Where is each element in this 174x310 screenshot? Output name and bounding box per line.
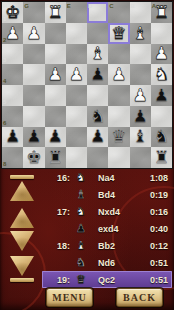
white-pawn: ♟ <box>108 64 129 85</box>
move-san: Bd4 <box>92 190 138 200</box>
move-row[interactable]: ♝Bd40:19 <box>42 186 172 203</box>
skip-to-end-bar-icon <box>10 278 34 282</box>
square-e3[interactable] <box>66 44 87 65</box>
square-c2[interactable]: ♛ <box>108 23 129 44</box>
square-b4[interactable] <box>130 64 151 85</box>
white-pawn: ♟ <box>151 44 172 65</box>
move-time: 0:12 <box>138 241 172 251</box>
square-f2[interactable] <box>45 23 66 44</box>
square-c6[interactable] <box>108 106 129 127</box>
white-rook: ♜ <box>45 2 66 23</box>
move-time: 0:51 <box>138 275 172 285</box>
square-e4[interactable]: ♟ <box>66 64 87 85</box>
square-d8[interactable] <box>87 147 108 168</box>
white-queen: ♛ <box>108 23 129 44</box>
black-pawn-icon: ♟ <box>70 223 92 234</box>
move-san: Bb2 <box>92 241 138 251</box>
square-b1[interactable]: B <box>130 2 151 23</box>
square-c1[interactable]: C <box>108 2 129 23</box>
square-e2[interactable] <box>66 23 87 44</box>
white-king: ♚ <box>2 2 23 23</box>
black-pawn: ♟ <box>45 127 66 148</box>
black-queen: ♛ <box>108 127 129 148</box>
square-c3[interactable] <box>108 44 129 65</box>
square-h2[interactable]: 2♟ <box>2 23 23 44</box>
previous-move-button[interactable] <box>10 208 34 228</box>
square-f5[interactable] <box>45 85 66 106</box>
square-h4[interactable]: 4 <box>2 64 23 85</box>
white-knight: ♞ <box>151 64 172 85</box>
coordinate-label: D <box>88 3 92 9</box>
square-g4[interactable] <box>23 64 44 85</box>
white-pawn: ♟ <box>23 23 44 44</box>
square-h7[interactable]: 7♟ <box>2 127 23 148</box>
square-h6[interactable]: 6 <box>2 106 23 127</box>
white-rook: ♜ <box>151 2 172 23</box>
black-king: ♚ <box>23 147 44 168</box>
chess-app: H1♚GF♜EDCBA♜2♟♟♛♝3♝♟4♟♟♟♟♞5♟♟6♞♟7♟♟♟♟♛♝♞… <box>0 0 174 310</box>
square-f4[interactable]: ♟ <box>45 64 66 85</box>
coordinate-label: G <box>24 3 29 9</box>
square-b3[interactable] <box>130 44 151 65</box>
move-san: Nxd4 <box>92 207 138 217</box>
white-bishop-icon: ♝ <box>70 240 92 251</box>
white-knight-icon: ♞ <box>70 172 92 183</box>
coordinate-label: 3 <box>3 57 6 63</box>
move-number: 16: <box>42 173 70 183</box>
white-bishop: ♝ <box>130 23 151 44</box>
coordinate-label: 6 <box>3 120 6 126</box>
next-move-button[interactable] <box>10 231 34 251</box>
black-bishop: ♝ <box>130 127 151 148</box>
white-pawn: ♟ <box>66 64 87 85</box>
square-b5[interactable]: ♟ <box>130 85 151 106</box>
square-f8[interactable]: ♜ <box>45 147 66 168</box>
menu-button[interactable]: MENU <box>46 288 93 307</box>
move-number: 19: <box>42 275 70 285</box>
move-row[interactable]: 16:♞Na41:08 <box>42 169 172 186</box>
square-c7[interactable]: ♛ <box>108 127 129 148</box>
square-g6[interactable] <box>23 106 44 127</box>
white-pawn: ♟ <box>45 64 66 85</box>
square-d3[interactable]: ♝ <box>87 44 108 65</box>
black-knight-icon: ♞ <box>70 257 92 268</box>
black-knight: ♞ <box>151 127 172 148</box>
square-e7[interactable] <box>66 127 87 148</box>
move-time: 0:19 <box>138 190 172 200</box>
square-c5[interactable] <box>108 85 129 106</box>
last-move-button[interactable] <box>10 256 34 282</box>
black-bishop-icon: ♝ <box>70 189 92 200</box>
coordinate-label: 8 <box>3 161 6 167</box>
square-d6[interactable]: ♞ <box>87 106 108 127</box>
move-number: 18: <box>42 241 70 251</box>
square-d2[interactable] <box>87 23 108 44</box>
black-pawn: ♟ <box>2 127 23 148</box>
move-row[interactable]: ♞Nd60:51 <box>42 254 172 271</box>
white-pawn: ♟ <box>130 85 151 106</box>
white-knight-icon: ♞ <box>70 206 92 217</box>
square-d4[interactable]: ♟ <box>87 64 108 85</box>
move-san: Nd6 <box>92 258 138 268</box>
triangle-down-icon <box>10 256 34 276</box>
first-move-button[interactable] <box>10 175 34 201</box>
square-a8[interactable]: ♜ <box>151 147 172 168</box>
coordinate-label: 4 <box>3 78 6 84</box>
square-c4[interactable]: ♟ <box>108 64 129 85</box>
square-g3[interactable] <box>23 44 44 65</box>
square-e1[interactable]: E <box>66 2 87 23</box>
move-number: 17: <box>42 207 70 217</box>
square-h8[interactable]: 8 <box>2 147 23 168</box>
move-row[interactable]: 17:♞Nxd40:16 <box>42 203 172 220</box>
white-bishop: ♝ <box>87 44 108 65</box>
move-list: 16:♞Na41:08♝Bd40:1917:♞Nxd40:16♟exd40:40… <box>42 169 172 288</box>
square-a1[interactable]: A♜ <box>151 2 172 23</box>
coordinate-label: C <box>109 3 113 9</box>
coordinate-label: E <box>67 3 71 9</box>
move-row[interactable]: 19:♛Qc20:51 <box>42 271 172 288</box>
black-pawn: ♟ <box>151 85 172 106</box>
square-g8[interactable]: ♚ <box>23 147 44 168</box>
move-time: 0:16 <box>138 207 172 217</box>
black-pawn: ♟ <box>130 106 151 127</box>
square-g7[interactable]: ♟ <box>23 127 44 148</box>
square-a2[interactable] <box>151 23 172 44</box>
square-d7[interactable]: ♟ <box>87 127 108 148</box>
square-a4[interactable]: ♞ <box>151 64 172 85</box>
square-h3[interactable]: 3 <box>2 44 23 65</box>
square-a3[interactable]: ♟ <box>151 44 172 65</box>
triangle-up-icon <box>10 181 34 201</box>
square-g1[interactable]: G <box>23 2 44 23</box>
square-f7[interactable]: ♟ <box>45 127 66 148</box>
triangle-up-icon <box>10 208 34 228</box>
square-e8[interactable] <box>66 147 87 168</box>
move-san: Na4 <box>92 173 138 183</box>
square-a5[interactable]: ♟ <box>151 85 172 106</box>
square-g2[interactable]: ♟ <box>23 23 44 44</box>
square-h1[interactable]: H1♚ <box>2 2 23 23</box>
square-d5[interactable] <box>87 85 108 106</box>
coordinate-label: 5 <box>3 99 6 105</box>
square-e6[interactable] <box>66 106 87 127</box>
square-e5[interactable] <box>66 85 87 106</box>
square-b8[interactable] <box>130 147 151 168</box>
triangle-down-icon <box>10 231 34 251</box>
move-time: 1:08 <box>138 173 172 183</box>
square-f1[interactable]: F♜ <box>45 2 66 23</box>
square-b6[interactable]: ♟ <box>130 106 151 127</box>
move-time: 0:40 <box>138 224 172 234</box>
chess-board: H1♚GF♜EDCBA♜2♟♟♛♝3♝♟4♟♟♟♟♞5♟♟6♞♟7♟♟♟♟♛♝♞… <box>2 2 172 168</box>
move-san: exd4 <box>92 224 138 234</box>
square-h5[interactable]: 5 <box>2 85 23 106</box>
black-rook: ♜ <box>45 147 66 168</box>
square-b7[interactable]: ♝ <box>130 127 151 148</box>
square-d1[interactable]: D <box>87 2 108 23</box>
black-pawn: ♟ <box>23 127 44 148</box>
square-f3[interactable] <box>45 44 66 65</box>
square-b2[interactable]: ♝ <box>130 23 151 44</box>
move-time: 0:51 <box>138 258 172 268</box>
black-rook: ♜ <box>151 147 172 168</box>
white-queen-icon: ♛ <box>70 274 92 285</box>
square-a6[interactable] <box>151 106 172 127</box>
back-button[interactable]: BACK <box>116 288 163 307</box>
black-knight: ♞ <box>87 106 108 127</box>
move-row[interactable]: 18:♝Bb20:12 <box>42 237 172 254</box>
move-row[interactable]: ♟exd40:40 <box>42 220 172 237</box>
black-pawn: ♟ <box>87 64 108 85</box>
move-san: Qc2 <box>92 275 138 285</box>
square-a7[interactable]: ♞ <box>151 127 172 148</box>
white-pawn: ♟ <box>2 23 23 44</box>
black-pawn: ♟ <box>87 127 108 148</box>
coordinate-label: B <box>131 3 135 9</box>
square-c8[interactable] <box>108 147 129 168</box>
square-g5[interactable] <box>23 85 44 106</box>
square-f6[interactable] <box>45 106 66 127</box>
